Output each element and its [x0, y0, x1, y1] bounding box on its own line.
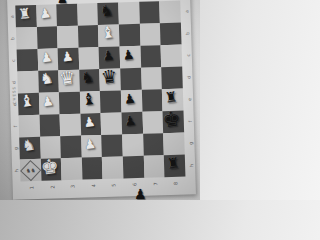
piece-white-Q: ♛ [58, 68, 76, 88]
rank-label: 4 [87, 175, 99, 196]
board-square: ♟ [99, 46, 120, 69]
board-square: ♟ [37, 48, 58, 71]
board-square [101, 112, 122, 135]
rank-labels-bottom: 12345678 [21, 178, 186, 194]
board-square: ♛ [58, 70, 79, 93]
file-label: d [177, 73, 199, 82]
piece-black-P: ♟ [102, 48, 115, 62]
board-square [119, 24, 140, 47]
board-square [56, 4, 77, 27]
rank-label: 3 [66, 176, 78, 197]
file-label: c [2, 56, 24, 65]
board-square: ♞ [38, 70, 59, 93]
board-square [60, 136, 81, 159]
board-square [57, 26, 78, 49]
board-square [102, 134, 123, 157]
board-square: ♝ [98, 24, 119, 47]
board-square: ♟ [120, 46, 141, 69]
captured-piece-black: ♟ [57, 0, 68, 5]
file-label: g [179, 139, 200, 148]
chess-board: ♜♟♞♝♟♟♟♟♞♛♞♛♝♟♝♟♜♟♟♚♞♟♞♞♚♜ 12345678 abcd… [7, 0, 196, 200]
photo-of-chessboard: { "game": "chess", "photo_style": "black… [0, 0, 200, 200]
board-square [141, 67, 162, 90]
board-square [139, 1, 160, 24]
piece-black-P: ♟ [124, 113, 137, 127]
rank-label: 2 [46, 177, 58, 198]
rank-label: 1 [25, 177, 37, 198]
board-square: ♟ [80, 113, 101, 136]
board-square [59, 92, 80, 115]
file-label: g [4, 144, 26, 153]
piece-white-P: ♟ [60, 49, 73, 63]
board-square [37, 26, 58, 49]
file-label: b [1, 34, 23, 43]
board-square: ♟ [121, 112, 142, 135]
board-square: ♟ [36, 4, 57, 27]
board-square [100, 90, 121, 113]
board-square: ♟ [58, 48, 79, 71]
piece-black-Q: ♛ [100, 67, 118, 87]
board-square: ♞ [98, 2, 119, 25]
board-square: ♛ [100, 68, 121, 91]
board-square [141, 89, 162, 112]
board-square: ♟ [38, 92, 59, 115]
board-square [77, 3, 98, 26]
piece-white-P: ♟ [40, 50, 53, 64]
rank-label: 8 [169, 173, 181, 194]
piece-black-N: ♞ [99, 3, 114, 20]
rank-label: 5 [108, 175, 120, 196]
piece-white-P: ♟ [84, 136, 97, 150]
file-label: a [1, 12, 23, 21]
file-label: f [4, 122, 26, 131]
board-square [118, 2, 139, 25]
piece-black-N: ♞ [81, 69, 96, 86]
file-label: a [175, 7, 197, 16]
board-square: ♟ [121, 90, 142, 113]
file-label: e [178, 95, 200, 104]
piece-white-N: ♞ [39, 70, 54, 87]
file-label: h [5, 166, 27, 175]
file-label: f [179, 117, 200, 126]
board-square [122, 134, 143, 157]
board-brand-text: CHESS [11, 86, 17, 105]
piece-white-P: ♟ [38, 6, 51, 20]
piece-black-R: ♜ [164, 89, 178, 105]
board-square: ♟ [81, 135, 102, 158]
board-square [39, 114, 60, 137]
captured-piece-black: ♟ [134, 187, 147, 200]
piece-white-K: ♚ [39, 156, 59, 178]
board-square [139, 23, 160, 46]
piece-black-P: ♟ [122, 47, 135, 61]
board-square: ♞ [79, 69, 100, 92]
board-square [60, 114, 81, 137]
piece-black-R: ♜ [166, 155, 180, 171]
file-label: h [180, 161, 200, 170]
piece-black-B: ♝ [81, 91, 97, 109]
piece-black-P: ♟ [123, 91, 136, 105]
board-square [142, 111, 163, 134]
board-square [78, 25, 99, 48]
board-square [120, 68, 141, 91]
piece-white-P: ♟ [83, 114, 96, 128]
file-label: b [176, 29, 198, 38]
piece-white-P: ♟ [41, 93, 54, 107]
board-square [140, 45, 161, 68]
board-grid: ♜♟♞♝♟♟♟♟♞♛♞♛♝♟♝♟♜♟♟♚♞♟♞♞♚♜ [15, 1, 185, 182]
board-square [143, 133, 164, 156]
board-square [40, 136, 61, 159]
piece-white-B: ♝ [99, 24, 115, 42]
file-label: c [177, 51, 199, 60]
board-square [78, 47, 99, 70]
rank-label: 7 [149, 174, 161, 195]
board-square: ♝ [80, 91, 101, 114]
